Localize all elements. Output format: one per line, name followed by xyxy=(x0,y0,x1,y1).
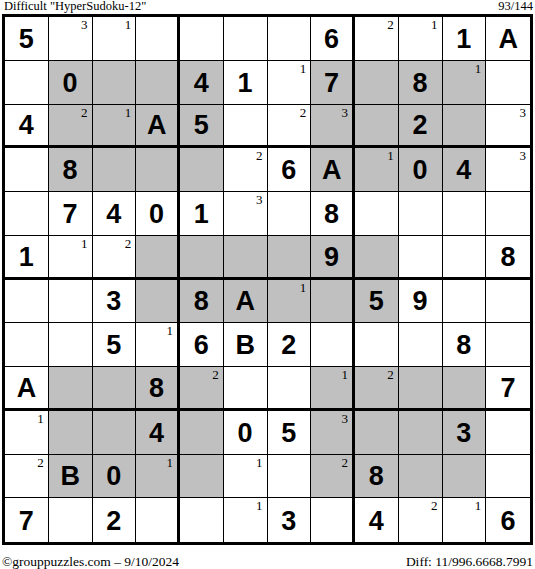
cell-r8c3[interactable]: 5 xyxy=(93,323,137,367)
cell-value: 3 xyxy=(106,288,121,315)
cell-r7c12[interactable] xyxy=(486,280,530,324)
cell-r5c2[interactable]: 7 xyxy=(49,192,93,236)
cell-value: 9 xyxy=(324,244,339,271)
cell-r4c12[interactable]: 3 xyxy=(486,148,530,192)
cell-r12c7[interactable]: 3 xyxy=(268,498,312,542)
pencil-mark: 3 xyxy=(81,18,88,31)
pencil-mark: 1 xyxy=(387,149,394,162)
cell-value: 4 xyxy=(149,420,164,447)
pencil-mark: 1 xyxy=(431,18,438,31)
cell-r1c2[interactable]: 3 xyxy=(49,17,93,61)
cell-value: A xyxy=(17,375,37,402)
cell-r9c2[interactable] xyxy=(49,367,93,411)
cell-value: 8 xyxy=(456,332,471,359)
cell-r8c2[interactable] xyxy=(49,323,93,367)
cell-value: B xyxy=(60,463,80,490)
cell-value: 2 xyxy=(106,508,121,535)
cell-r8c7[interactable]: 2 xyxy=(268,323,312,367)
cell-value: 6 xyxy=(501,508,516,535)
cell-r3c6[interactable] xyxy=(224,105,268,149)
cell-r10c12[interactable] xyxy=(486,411,530,455)
pencil-mark: 1 xyxy=(300,62,307,75)
cell-value: 4 xyxy=(106,201,121,228)
cell-value: A xyxy=(147,112,167,139)
cell-r10c4[interactable]: 4 xyxy=(136,411,180,455)
cell-r5c6[interactable]: 3 xyxy=(224,192,268,236)
cell-r4c8[interactable]: A xyxy=(311,148,355,192)
cell-r3c1[interactable]: 4 xyxy=(5,105,49,149)
cell-r7c6[interactable]: A xyxy=(224,280,268,324)
cell-r2c8[interactable]: 7 xyxy=(311,61,355,105)
cell-r2c5[interactable]: 4 xyxy=(180,61,224,105)
cell-r6c12[interactable]: 8 xyxy=(486,236,530,280)
cell-r4c1[interactable] xyxy=(5,148,49,192)
cell-r6c3[interactable]: 2 xyxy=(93,236,137,280)
cell-r8c8[interactable] xyxy=(311,323,355,367)
cell-r8c6[interactable]: B xyxy=(224,323,268,367)
pencil-mark: 2 xyxy=(431,499,438,512)
cell-value: 7 xyxy=(501,375,516,402)
cell-r9c9[interactable]: 2 xyxy=(355,367,399,411)
cell-value: 8 xyxy=(149,375,164,402)
cell-r7c11[interactable] xyxy=(443,280,487,324)
pencil-mark: 2 xyxy=(387,368,394,381)
cell-value: 3 xyxy=(281,508,296,535)
cell-r3c3[interactable]: 1 xyxy=(93,105,137,149)
cell-r6c5[interactable] xyxy=(180,236,224,280)
cell-r11c9[interactable]: 8 xyxy=(355,455,399,499)
cell-r5c7[interactable] xyxy=(268,192,312,236)
cell-r5c8[interactable]: 8 xyxy=(311,192,355,236)
cell-r10c1[interactable]: 1 xyxy=(5,411,49,455)
cell-value: 8 xyxy=(369,463,384,490)
cell-r5c9[interactable] xyxy=(355,192,399,236)
cell-r11c4[interactable]: 1 xyxy=(136,455,180,499)
pencil-mark: 1 xyxy=(81,237,88,250)
cell-value: 4 xyxy=(369,508,384,535)
cell-r6c7[interactable] xyxy=(268,236,312,280)
cell-value: B xyxy=(235,332,255,359)
cell-r1c5[interactable] xyxy=(180,17,224,61)
cell-r6c11[interactable] xyxy=(443,236,487,280)
cell-r5c3[interactable]: 4 xyxy=(93,192,137,236)
cell-r10c10[interactable] xyxy=(399,411,443,455)
cell-value: 3 xyxy=(456,420,471,447)
cell-value: 0 xyxy=(149,201,164,228)
cell-value: 5 xyxy=(19,26,34,53)
cell-r12c11[interactable]: 1 xyxy=(443,498,487,542)
cell-r4c2[interactable]: 8 xyxy=(49,148,93,192)
cell-value: 2 xyxy=(281,332,296,359)
cell-r2c7[interactable]: 1 xyxy=(268,61,312,105)
cell-r3c9[interactable] xyxy=(355,105,399,149)
cell-value: 6 xyxy=(281,157,296,184)
cell-value: 6 xyxy=(194,332,209,359)
pencil-mark: 1 xyxy=(342,368,349,381)
cell-value: 0 xyxy=(238,420,253,447)
cell-r9c5[interactable]: 2 xyxy=(180,367,224,411)
cell-value: 5 xyxy=(369,288,384,315)
pencil-mark: 2 xyxy=(212,368,219,381)
cell-r10c3[interactable] xyxy=(93,411,137,455)
cell-r2c4[interactable] xyxy=(136,61,180,105)
cell-value: 2 xyxy=(413,112,428,139)
cell-r3c11[interactable] xyxy=(443,105,487,149)
cell-value: 1 xyxy=(19,244,34,271)
cell-r8c1[interactable] xyxy=(5,323,49,367)
cell-r11c2[interactable]: B xyxy=(49,455,93,499)
cell-r7c9[interactable]: 5 xyxy=(355,280,399,324)
pencil-mark: 3 xyxy=(520,106,527,119)
sudoku-board: 5316211A0411781421A52323826A104374013811… xyxy=(2,14,533,545)
cell-r10c8[interactable]: 3 xyxy=(311,411,355,455)
cell-r1c1[interactable]: 5 xyxy=(5,17,49,61)
pencil-mark: 2 xyxy=(81,106,88,119)
pencil-mark: 1 xyxy=(125,18,132,31)
cell-r1c7[interactable] xyxy=(268,17,312,61)
cell-r3c12[interactable]: 3 xyxy=(486,105,530,149)
cell-r7c1[interactable] xyxy=(5,280,49,324)
cell-r3c8[interactable]: 3 xyxy=(311,105,355,149)
cell-r9c12[interactable]: 7 xyxy=(486,367,530,411)
header: Difficult "HyperSudoku-12" 93/144 xyxy=(0,0,535,14)
cell-r6c4[interactable] xyxy=(136,236,180,280)
cell-r8c11[interactable]: 8 xyxy=(443,323,487,367)
page-counter: 93/144 xyxy=(498,0,533,13)
cell-value: 1 xyxy=(238,70,253,97)
pencil-mark: 3 xyxy=(342,412,349,425)
cell-r2c12[interactable] xyxy=(486,61,530,105)
cell-value: 4 xyxy=(456,157,471,184)
cell-r11c11[interactable] xyxy=(443,455,487,499)
cell-r3c5[interactable]: 5 xyxy=(180,105,224,149)
cell-r2c9[interactable] xyxy=(355,61,399,105)
cell-r6c9[interactable] xyxy=(355,236,399,280)
cell-value: 1 xyxy=(456,26,471,53)
cell-r4c3[interactable] xyxy=(93,148,137,192)
pencil-mark: 2 xyxy=(37,456,44,469)
cell-r5c1[interactable] xyxy=(5,192,49,236)
cell-value: 1 xyxy=(194,201,209,228)
cell-r4c4[interactable] xyxy=(136,148,180,192)
cell-r6c8[interactable]: 9 xyxy=(311,236,355,280)
pencil-mark: 2 xyxy=(342,456,349,469)
footer-difficulty: Diff: 11/996.6668.7991 xyxy=(406,555,533,569)
cell-r8c5[interactable]: 6 xyxy=(180,323,224,367)
cell-r5c10[interactable] xyxy=(399,192,443,236)
cell-r6c2[interactable]: 1 xyxy=(49,236,93,280)
pencil-mark: 1 xyxy=(37,412,44,425)
cell-r1c9[interactable]: 2 xyxy=(355,17,399,61)
pencil-mark: 1 xyxy=(256,499,263,512)
cell-r10c6[interactable]: 0 xyxy=(224,411,268,455)
cell-r2c11[interactable]: 1 xyxy=(443,61,487,105)
cell-r12c10[interactable]: 2 xyxy=(399,498,443,542)
cell-r7c3[interactable]: 3 xyxy=(93,280,137,324)
cell-value: 7 xyxy=(324,70,339,97)
cell-r2c3[interactable] xyxy=(93,61,137,105)
cell-r10c7[interactable]: 5 xyxy=(268,411,312,455)
cell-r6c1[interactable]: 1 xyxy=(5,236,49,280)
cell-r9c3[interactable] xyxy=(93,367,137,411)
cell-r4c9[interactable]: 1 xyxy=(355,148,399,192)
cell-r4c5[interactable] xyxy=(180,148,224,192)
cell-value: 0 xyxy=(63,70,78,97)
cell-r1c12[interactable]: A xyxy=(486,17,530,61)
pencil-mark: 1 xyxy=(300,281,307,294)
cell-r12c12[interactable]: 6 xyxy=(486,498,530,542)
pencil-mark: 1 xyxy=(475,62,482,75)
cell-r6c6[interactable] xyxy=(224,236,268,280)
cell-r3c10[interactable]: 2 xyxy=(399,105,443,149)
cell-r1c10[interactable]: 1 xyxy=(399,17,443,61)
cell-r5c5[interactable]: 1 xyxy=(180,192,224,236)
cell-r5c4[interactable]: 0 xyxy=(136,192,180,236)
cell-r7c10[interactable]: 9 xyxy=(399,280,443,324)
cell-r4c6[interactable]: 2 xyxy=(224,148,268,192)
cell-r3c4[interactable]: A xyxy=(136,105,180,149)
cell-r7c8[interactable] xyxy=(311,280,355,324)
cell-r1c6[interactable] xyxy=(224,17,268,61)
cell-r4c11[interactable]: 4 xyxy=(443,148,487,192)
pencil-mark: 2 xyxy=(387,18,394,31)
cell-r2c1[interactable] xyxy=(5,61,49,105)
cell-r2c2[interactable]: 0 xyxy=(49,61,93,105)
cell-r12c2[interactable] xyxy=(49,498,93,542)
cell-r12c4[interactable] xyxy=(136,498,180,542)
cell-value: 8 xyxy=(63,157,78,184)
pencil-mark: 2 xyxy=(125,237,132,250)
cell-r9c11[interactable] xyxy=(443,367,487,411)
cell-r8c12[interactable] xyxy=(486,323,530,367)
cell-value: 5 xyxy=(281,420,296,447)
cell-r12c8[interactable] xyxy=(311,498,355,542)
cell-r11c6[interactable]: 1 xyxy=(224,455,268,499)
cell-value: A xyxy=(322,157,342,184)
cell-r2c6[interactable]: 1 xyxy=(224,61,268,105)
footer: ©grouppuzzles.com – 9/10/2024 Diff: 11/9… xyxy=(0,545,535,569)
pencil-mark: 3 xyxy=(256,193,263,206)
cell-r2c10[interactable]: 8 xyxy=(399,61,443,105)
cell-r7c4[interactable] xyxy=(136,280,180,324)
cell-r7c5[interactable]: 8 xyxy=(180,280,224,324)
cell-r4c7[interactable]: 6 xyxy=(268,148,312,192)
cell-value: A xyxy=(235,288,255,315)
cell-r9c10[interactable] xyxy=(399,367,443,411)
cell-value: 8 xyxy=(501,244,516,271)
cell-r8c10[interactable] xyxy=(399,323,443,367)
cell-value: 4 xyxy=(194,70,209,97)
footer-copyright: ©grouppuzzles.com – 9/10/2024 xyxy=(2,555,179,569)
cell-r12c6[interactable]: 1 xyxy=(224,498,268,542)
cell-r10c2[interactable] xyxy=(49,411,93,455)
cell-value: 7 xyxy=(19,508,34,535)
cell-r3c2[interactable]: 2 xyxy=(49,105,93,149)
cell-r11c12[interactable] xyxy=(486,455,530,499)
cell-r11c10[interactable] xyxy=(399,455,443,499)
cell-r12c3[interactable]: 2 xyxy=(93,498,137,542)
cell-r5c11[interactable] xyxy=(443,192,487,236)
pencil-mark: 1 xyxy=(125,106,132,119)
cell-value: 8 xyxy=(413,70,428,97)
cell-value: 7 xyxy=(63,201,78,228)
pencil-mark: 3 xyxy=(520,149,527,162)
cell-value: 8 xyxy=(324,201,339,228)
cell-r1c4[interactable] xyxy=(136,17,180,61)
cell-r1c3[interactable]: 1 xyxy=(93,17,137,61)
pencil-mark: 3 xyxy=(342,106,349,119)
cell-r10c9[interactable] xyxy=(355,411,399,455)
cell-r11c3[interactable]: 0 xyxy=(93,455,137,499)
cell-r10c5[interactable] xyxy=(180,411,224,455)
cell-r10c11[interactable]: 3 xyxy=(443,411,487,455)
cell-r11c7[interactable] xyxy=(268,455,312,499)
cell-r4c10[interactable]: 0 xyxy=(399,148,443,192)
cell-r12c5[interactable] xyxy=(180,498,224,542)
pencil-mark: 1 xyxy=(167,324,174,337)
pencil-mark: 1 xyxy=(475,499,482,512)
cell-r9c6[interactable] xyxy=(224,367,268,411)
cell-value: 8 xyxy=(194,288,209,315)
cell-value: 0 xyxy=(413,157,428,184)
cell-value: 9 xyxy=(413,288,428,315)
cell-value: 5 xyxy=(106,332,121,359)
pencil-mark: 2 xyxy=(256,149,263,162)
pencil-mark: 1 xyxy=(167,456,174,469)
cell-r12c1[interactable]: 7 xyxy=(5,498,49,542)
cell-r6c10[interactable] xyxy=(399,236,443,280)
cell-r9c8[interactable]: 1 xyxy=(311,367,355,411)
cell-r9c4[interactable]: 8 xyxy=(136,367,180,411)
cell-r12c9[interactable]: 4 xyxy=(355,498,399,542)
cell-r8c4[interactable]: 1 xyxy=(136,323,180,367)
pencil-mark: 2 xyxy=(300,106,307,119)
cell-value: 0 xyxy=(106,463,121,490)
cell-value: 4 xyxy=(19,112,34,139)
cell-value: 6 xyxy=(324,26,339,53)
cell-r11c8[interactable]: 2 xyxy=(311,455,355,499)
pencil-mark: 1 xyxy=(256,456,263,469)
cell-r7c7[interactable]: 1 xyxy=(268,280,312,324)
cell-value: 5 xyxy=(194,112,209,139)
cell-r11c1[interactable]: 2 xyxy=(5,455,49,499)
cell-r7c2[interactable] xyxy=(49,280,93,324)
cell-r1c11[interactable]: 1 xyxy=(443,17,487,61)
page-title: Difficult "HyperSudoku-12" xyxy=(4,0,146,13)
cell-r8c9[interactable] xyxy=(355,323,399,367)
cell-r9c1[interactable]: A xyxy=(5,367,49,411)
cell-value: A xyxy=(498,26,518,53)
cell-r5c12[interactable] xyxy=(486,192,530,236)
cell-r1c8[interactable]: 6 xyxy=(311,17,355,61)
cell-r3c7[interactable]: 2 xyxy=(268,105,312,149)
cell-r11c5[interactable] xyxy=(180,455,224,499)
cell-r9c7[interactable] xyxy=(268,367,312,411)
